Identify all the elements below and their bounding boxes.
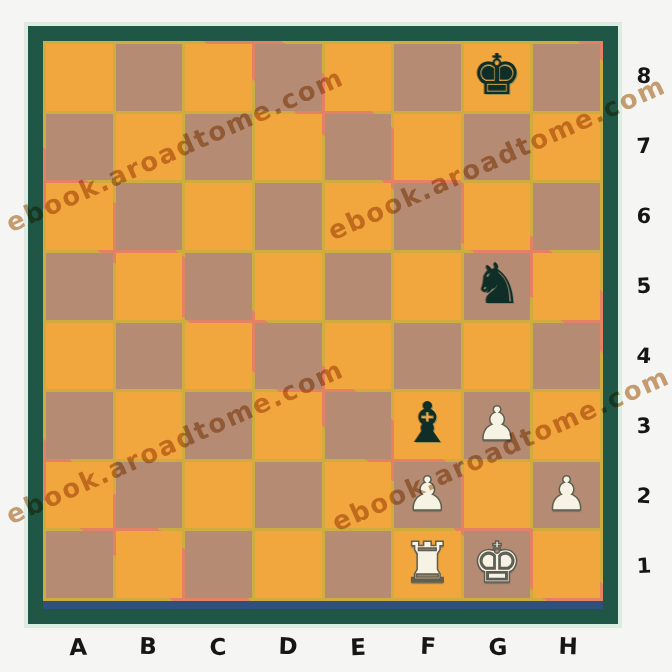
file-label-f: F xyxy=(392,628,463,664)
square-c2[interactable] xyxy=(185,462,252,529)
square-a1[interactable] xyxy=(46,531,113,598)
square-e1[interactable] xyxy=(325,531,392,598)
board-bottom-strip xyxy=(43,601,603,609)
board-grid: ♚♞♝♟♟♟♜♚ xyxy=(43,41,603,601)
square-f2[interactable]: ♟ xyxy=(394,462,461,529)
square-d6[interactable] xyxy=(255,183,322,250)
square-c3[interactable] xyxy=(185,392,252,459)
square-g1[interactable]: ♚ xyxy=(464,531,531,598)
file-label-c: C xyxy=(182,629,253,665)
square-f6[interactable] xyxy=(394,183,461,250)
square-f7[interactable] xyxy=(394,114,461,181)
rank-label-5: 5 xyxy=(624,250,664,322)
square-c6[interactable] xyxy=(185,183,252,250)
square-d7[interactable] xyxy=(255,114,322,181)
square-g6[interactable] xyxy=(464,183,531,250)
square-h6[interactable] xyxy=(533,183,600,250)
square-c5[interactable] xyxy=(185,253,252,320)
file-label-a: A xyxy=(42,629,113,665)
square-c1[interactable] xyxy=(185,531,252,598)
square-e6[interactable] xyxy=(325,183,392,250)
black-king[interactable]: ♚ xyxy=(472,47,522,103)
square-b7[interactable] xyxy=(116,114,183,181)
square-h4[interactable] xyxy=(533,323,600,390)
square-b2[interactable] xyxy=(116,462,183,529)
square-f8[interactable] xyxy=(394,44,461,111)
black-bishop[interactable]: ♝ xyxy=(402,395,452,451)
square-d2[interactable] xyxy=(255,462,322,529)
square-b4[interactable] xyxy=(116,323,183,390)
square-h7[interactable] xyxy=(533,114,600,181)
square-h8[interactable] xyxy=(533,44,600,111)
rank-label-6: 6 xyxy=(624,180,664,252)
square-b1[interactable] xyxy=(116,531,183,598)
square-h1[interactable] xyxy=(533,531,600,598)
file-labels: ABCDEFGH xyxy=(43,630,603,664)
square-e7[interactable] xyxy=(325,114,392,181)
rank-label-3: 3 xyxy=(624,390,664,462)
square-a4[interactable] xyxy=(46,323,113,390)
square-d3[interactable] xyxy=(255,392,322,459)
square-a8[interactable] xyxy=(46,44,113,111)
white-king[interactable]: ♚ xyxy=(472,535,522,591)
rank-label-8: 8 xyxy=(624,40,664,112)
file-label-h: H xyxy=(532,628,603,664)
square-g5[interactable]: ♞ xyxy=(464,253,531,320)
square-f4[interactable] xyxy=(394,323,461,390)
square-f3[interactable]: ♝ xyxy=(394,392,461,459)
file-label-g: G xyxy=(462,629,533,665)
square-e2[interactable] xyxy=(325,462,392,529)
square-b3[interactable] xyxy=(116,392,183,459)
white-pawn[interactable]: ♟ xyxy=(406,470,448,517)
file-label-e: E xyxy=(322,629,393,665)
chess-board: ♚♞♝♟♟♟♜♚ xyxy=(28,26,618,624)
square-a7[interactable] xyxy=(46,114,113,181)
white-pawn[interactable]: ♟ xyxy=(546,470,588,517)
white-rook[interactable]: ♜ xyxy=(402,535,452,591)
square-g7[interactable] xyxy=(464,114,531,181)
rank-labels: 87654321 xyxy=(626,41,662,601)
rank-label-1: 1 xyxy=(624,530,664,602)
black-knight[interactable]: ♞ xyxy=(472,256,522,312)
square-d5[interactable] xyxy=(255,253,322,320)
square-h3[interactable] xyxy=(533,392,600,459)
square-c8[interactable] xyxy=(185,44,252,111)
square-e4[interactable] xyxy=(325,323,392,390)
rank-label-2: 2 xyxy=(624,460,664,532)
square-b5[interactable] xyxy=(116,253,183,320)
square-c7[interactable] xyxy=(185,114,252,181)
square-c4[interactable] xyxy=(185,323,252,390)
square-e3[interactable] xyxy=(325,392,392,459)
square-g8[interactable]: ♚ xyxy=(464,44,531,111)
square-b6[interactable] xyxy=(116,183,183,250)
square-h5[interactable] xyxy=(533,253,600,320)
square-h2[interactable]: ♟ xyxy=(533,462,600,529)
square-e8[interactable] xyxy=(325,44,392,111)
square-g3[interactable]: ♟ xyxy=(464,392,531,459)
rank-label-4: 4 xyxy=(624,320,664,392)
file-label-b: B xyxy=(112,628,183,664)
square-b8[interactable] xyxy=(116,44,183,111)
square-f5[interactable] xyxy=(394,253,461,320)
square-a5[interactable] xyxy=(46,253,113,320)
square-g2[interactable] xyxy=(464,462,531,529)
rank-label-7: 7 xyxy=(624,110,664,182)
square-d8[interactable] xyxy=(255,44,322,111)
square-e5[interactable] xyxy=(325,253,392,320)
square-d1[interactable] xyxy=(255,531,322,598)
square-d4[interactable] xyxy=(255,323,322,390)
square-g4[interactable] xyxy=(464,323,531,390)
square-a3[interactable] xyxy=(46,392,113,459)
square-a2[interactable] xyxy=(46,462,113,529)
file-label-d: D xyxy=(252,628,323,664)
square-f1[interactable]: ♜ xyxy=(394,531,461,598)
white-pawn[interactable]: ♟ xyxy=(476,400,518,447)
square-a6[interactable] xyxy=(46,183,113,250)
